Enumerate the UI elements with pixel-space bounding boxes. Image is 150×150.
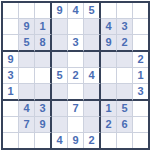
cell-r5c9[interactable]: 1 bbox=[133, 68, 148, 84]
given-digit: 9 bbox=[105, 36, 111, 48]
cell-r2c3[interactable]: 1 bbox=[35, 19, 52, 35]
cell-r9c1[interactable] bbox=[3, 133, 19, 148]
cell-r9c7[interactable] bbox=[101, 133, 117, 148]
given-digit: 7 bbox=[23, 118, 29, 130]
cell-r6c4[interactable] bbox=[52, 84, 68, 101]
given-digit: 3 bbox=[72, 36, 78, 48]
cell-r7c1[interactable] bbox=[3, 101, 19, 117]
cell-r8c6[interactable] bbox=[84, 117, 101, 133]
cell-r8c8[interactable]: 6 bbox=[117, 117, 133, 133]
cell-r2c6[interactable] bbox=[84, 19, 101, 35]
cell-r6c5[interactable] bbox=[68, 84, 84, 101]
given-digit: 3 bbox=[39, 102, 45, 114]
given-digit: 2 bbox=[121, 36, 127, 48]
cell-r6c2[interactable] bbox=[19, 84, 35, 101]
cell-r3c8[interactable]: 2 bbox=[117, 35, 133, 52]
sudoku-board: 945914358392923524113437157926492 bbox=[1, 1, 150, 150]
cell-r1c3[interactable] bbox=[35, 3, 52, 19]
cell-r1c5[interactable]: 4 bbox=[68, 3, 84, 19]
cell-r2c9[interactable] bbox=[133, 19, 148, 35]
cell-r8c7[interactable]: 2 bbox=[101, 117, 117, 133]
cell-r9c8[interactable] bbox=[117, 133, 133, 148]
cell-r1c9[interactable] bbox=[133, 3, 148, 19]
cell-r4c4[interactable] bbox=[52, 52, 68, 68]
cell-r2c7[interactable]: 4 bbox=[101, 19, 117, 35]
given-digit: 4 bbox=[88, 69, 94, 81]
cell-r6c1[interactable]: 1 bbox=[3, 84, 19, 101]
cell-r7c8[interactable]: 5 bbox=[117, 101, 133, 117]
cell-r4c5[interactable] bbox=[68, 52, 84, 68]
given-digit: 4 bbox=[72, 4, 78, 16]
cell-r6c8[interactable] bbox=[117, 84, 133, 101]
cell-r3c7[interactable]: 9 bbox=[101, 35, 117, 52]
given-digit: 4 bbox=[23, 102, 29, 114]
given-digit: 9 bbox=[7, 53, 13, 65]
cell-r7c7[interactable]: 1 bbox=[101, 101, 117, 117]
cell-r5c7[interactable] bbox=[101, 68, 117, 84]
cell-r9c5[interactable]: 9 bbox=[68, 133, 84, 148]
cell-r5c8[interactable] bbox=[117, 68, 133, 84]
given-digit: 2 bbox=[105, 118, 111, 130]
cell-r8c2[interactable]: 7 bbox=[19, 117, 35, 133]
given-digit: 2 bbox=[88, 134, 94, 146]
cell-r5c4[interactable]: 5 bbox=[52, 68, 68, 84]
given-digit: 6 bbox=[121, 118, 127, 130]
cell-r6c3[interactable] bbox=[35, 84, 52, 101]
cell-r7c2[interactable]: 4 bbox=[19, 101, 35, 117]
given-digit: 3 bbox=[7, 69, 13, 81]
cell-r3c5[interactable]: 3 bbox=[68, 35, 84, 52]
cell-r5c2[interactable] bbox=[19, 68, 35, 84]
cell-r2c1[interactable] bbox=[3, 19, 19, 35]
cell-r7c9[interactable] bbox=[133, 101, 148, 117]
given-digit: 2 bbox=[137, 53, 143, 65]
cell-r3c2[interactable]: 5 bbox=[19, 35, 35, 52]
cell-r8c9[interactable] bbox=[133, 117, 148, 133]
cell-r9c9[interactable] bbox=[133, 133, 148, 148]
cell-r2c2[interactable]: 9 bbox=[19, 19, 35, 35]
given-digit: 1 bbox=[7, 85, 13, 97]
cell-r8c4[interactable] bbox=[52, 117, 68, 133]
cell-r4c7[interactable] bbox=[101, 52, 117, 68]
cell-r2c5[interactable] bbox=[68, 19, 84, 35]
cell-r4c1[interactable]: 9 bbox=[3, 52, 19, 68]
cell-r7c4[interactable] bbox=[52, 101, 68, 117]
given-digit: 9 bbox=[72, 134, 78, 146]
given-digit: 9 bbox=[39, 118, 45, 130]
cell-r9c4[interactable]: 4 bbox=[52, 133, 68, 148]
given-digit: 5 bbox=[121, 102, 127, 114]
cell-r9c6[interactable]: 2 bbox=[84, 133, 101, 148]
cell-r2c8[interactable]: 3 bbox=[117, 19, 133, 35]
given-digit: 5 bbox=[23, 36, 29, 48]
given-digit: 7 bbox=[72, 102, 78, 114]
given-digit: 1 bbox=[39, 20, 45, 32]
cell-r5c1[interactable]: 3 bbox=[3, 68, 19, 84]
cell-r6c9[interactable]: 3 bbox=[133, 84, 148, 101]
cell-r4c6[interactable] bbox=[84, 52, 101, 68]
cell-r4c2[interactable] bbox=[19, 52, 35, 68]
cell-r3c9[interactable] bbox=[133, 35, 148, 52]
cell-r1c4[interactable]: 9 bbox=[52, 3, 68, 19]
given-digit: 2 bbox=[72, 69, 78, 81]
cell-r6c7[interactable] bbox=[101, 84, 117, 101]
given-digit: 4 bbox=[105, 20, 111, 32]
given-digit: 4 bbox=[56, 134, 62, 146]
cell-r9c3[interactable] bbox=[35, 133, 52, 148]
cell-r1c6[interactable]: 5 bbox=[84, 3, 101, 19]
cell-r8c1[interactable] bbox=[3, 117, 19, 133]
given-digit: 8 bbox=[39, 36, 45, 48]
cell-r3c1[interactable] bbox=[3, 35, 19, 52]
cell-r1c1[interactable] bbox=[3, 3, 19, 19]
cell-r8c5[interactable] bbox=[68, 117, 84, 133]
cell-r1c8[interactable] bbox=[117, 3, 133, 19]
cell-r9c2[interactable] bbox=[19, 133, 35, 148]
cell-r4c9[interactable]: 2 bbox=[133, 52, 148, 68]
cell-r1c7[interactable] bbox=[101, 3, 117, 19]
given-digit: 5 bbox=[56, 69, 62, 81]
cell-r8c3[interactable]: 9 bbox=[35, 117, 52, 133]
cell-r5c5[interactable]: 2 bbox=[68, 68, 84, 84]
given-digit: 1 bbox=[105, 102, 111, 114]
cell-r3c6[interactable] bbox=[84, 35, 101, 52]
given-digit: 9 bbox=[23, 20, 29, 32]
cell-r7c5[interactable]: 7 bbox=[68, 101, 84, 117]
given-digit: 9 bbox=[56, 4, 62, 16]
cell-r5c3[interactable] bbox=[35, 68, 52, 84]
given-digit: 5 bbox=[88, 4, 94, 16]
cell-r2c4[interactable] bbox=[52, 19, 68, 35]
cell-r3c4[interactable] bbox=[52, 35, 68, 52]
given-digit: 3 bbox=[137, 85, 143, 97]
given-digit: 1 bbox=[137, 69, 143, 81]
cell-r4c3[interactable] bbox=[35, 52, 52, 68]
given-digit: 3 bbox=[121, 20, 127, 32]
cell-r3c3[interactable]: 8 bbox=[35, 35, 52, 52]
cell-r4c8[interactable] bbox=[117, 52, 133, 68]
cell-r7c3[interactable]: 3 bbox=[35, 101, 52, 117]
cell-r5c6[interactable]: 4 bbox=[84, 68, 101, 84]
cell-r1c2[interactable] bbox=[19, 3, 35, 19]
cell-r6c6[interactable] bbox=[84, 84, 101, 101]
cell-r7c6[interactable] bbox=[84, 101, 101, 117]
